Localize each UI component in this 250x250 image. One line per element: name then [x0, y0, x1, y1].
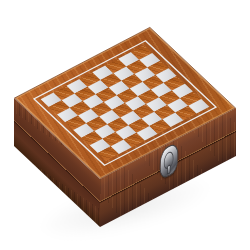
metal-clasp — [159, 141, 178, 180]
product-photo — [0, 0, 250, 250]
